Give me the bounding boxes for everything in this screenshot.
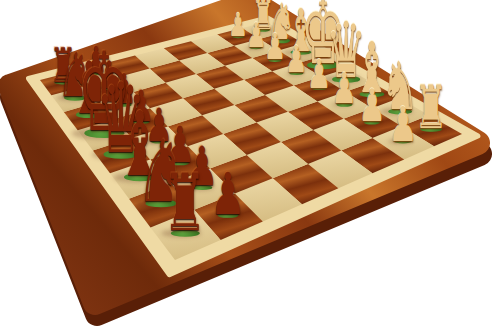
felt-base: [133, 120, 148, 124]
felt-base: [146, 200, 177, 208]
felt-base: [171, 161, 189, 166]
felt-base: [124, 173, 156, 181]
felt-base: [312, 87, 326, 91]
felt-base: [332, 75, 360, 82]
chess-set-photo: ♜♞♝♚♛♝♞♜♟♟♟♟♟♟♟♟♜♞♝♚♛♝♞♜♟♟♟♟♟♟♟♟: [0, 0, 500, 335]
felt-base: [272, 38, 290, 43]
felt-base: [307, 61, 339, 69]
felt-base: [85, 128, 124, 138]
chessboard: [0, 0, 500, 335]
felt-base: [388, 108, 412, 114]
felt-base: [117, 103, 132, 107]
felt-base: [232, 35, 244, 38]
felt-base: [151, 140, 168, 144]
felt-base: [337, 103, 352, 107]
felt-base: [256, 28, 270, 32]
felt-base: [193, 185, 212, 190]
felt-base: [104, 150, 139, 159]
